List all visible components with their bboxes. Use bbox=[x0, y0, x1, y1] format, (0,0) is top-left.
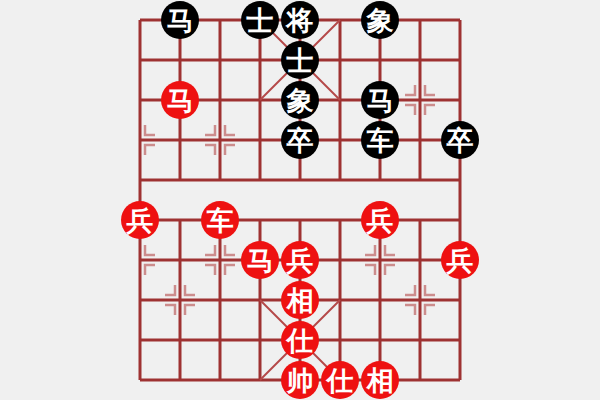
piece-red-帅[interactable]: 帅 bbox=[281, 361, 319, 399]
piece-black-士[interactable]: 士 bbox=[281, 41, 319, 79]
piece-red-兵[interactable]: 兵 bbox=[281, 241, 319, 279]
piece-black-将[interactable]: 将 bbox=[281, 1, 319, 39]
piece-red-仕[interactable]: 仕 bbox=[321, 361, 359, 399]
piece-black-卒[interactable]: 卒 bbox=[441, 121, 479, 159]
piece-black-象[interactable]: 象 bbox=[361, 1, 399, 39]
piece-red-兵[interactable]: 兵 bbox=[441, 241, 479, 279]
piece-red-仕[interactable]: 仕 bbox=[281, 321, 319, 359]
piece-red-车[interactable]: 车 bbox=[201, 201, 239, 239]
piece-red-相[interactable]: 相 bbox=[281, 281, 319, 319]
piece-black-象[interactable]: 象 bbox=[281, 81, 319, 119]
piece-black-马[interactable]: 马 bbox=[161, 1, 199, 39]
xiangqi-board: 马士将象士象马卒车卒马兵车兵马兵兵相仕帅仕相 bbox=[0, 0, 600, 400]
piece-red-相[interactable]: 相 bbox=[361, 361, 399, 399]
piece-red-兵[interactable]: 兵 bbox=[361, 201, 399, 239]
piece-red-马[interactable]: 马 bbox=[241, 241, 279, 279]
piece-black-士[interactable]: 士 bbox=[241, 1, 279, 39]
piece-red-马[interactable]: 马 bbox=[161, 81, 199, 119]
pieces-layer: 马士将象士象马卒车卒马兵车兵马兵兵相仕帅仕相 bbox=[120, 0, 480, 400]
piece-black-马[interactable]: 马 bbox=[361, 81, 399, 119]
piece-black-卒[interactable]: 卒 bbox=[281, 121, 319, 159]
piece-black-车[interactable]: 车 bbox=[361, 121, 399, 159]
piece-red-兵[interactable]: 兵 bbox=[121, 201, 159, 239]
